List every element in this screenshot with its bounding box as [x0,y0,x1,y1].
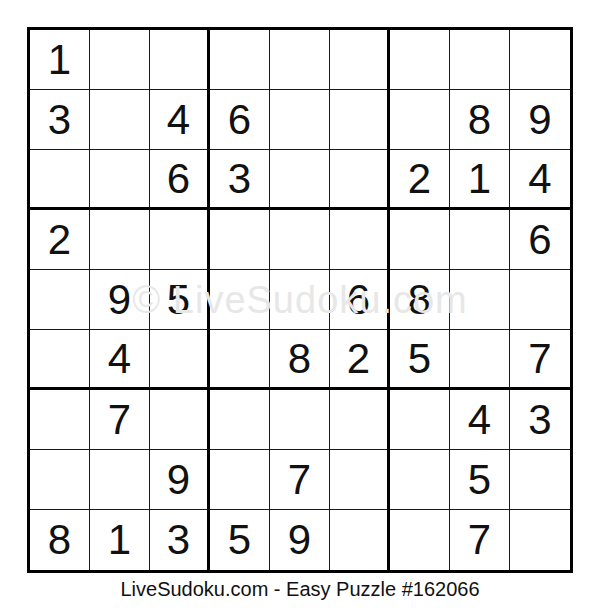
cell-r5c2[interactable]: 9 [90,270,150,330]
cell-r7c2[interactable]: 7 [90,390,150,450]
cell-r1c2[interactable] [90,30,150,90]
cell-r3c9[interactable]: 4 [510,150,570,210]
cell-r1c3[interactable] [150,30,210,90]
cell-r1c5[interactable] [270,30,330,90]
cell-r5c7[interactable]: 8 [390,270,450,330]
cell-r4c5[interactable] [270,210,330,270]
cell-r8c3[interactable]: 9 [150,450,210,510]
cell-r3c8[interactable]: 1 [450,150,510,210]
cell-r2c5[interactable] [270,90,330,150]
cell-r6c5[interactable]: 8 [270,330,330,390]
cell-r3c6[interactable] [330,150,390,210]
cell-r5c4[interactable] [210,270,270,330]
cell-r4c8[interactable] [450,210,510,270]
cell-r8c8[interactable]: 5 [450,450,510,510]
cell-r8c6[interactable] [330,450,390,510]
cell-r2c1[interactable]: 3 [30,90,90,150]
cell-r5c5[interactable] [270,270,330,330]
cell-r9c9[interactable] [510,510,570,570]
puzzle-caption: LiveSudoku.com - Easy Puzzle #162066 [0,578,600,601]
cell-r1c4[interactable] [210,30,270,90]
cell-r3c2[interactable] [90,150,150,210]
sudoku-board: 1346896321426956848257743975813597 [27,27,573,573]
cell-r5c9[interactable] [510,270,570,330]
cell-r2c7[interactable] [390,90,450,150]
cell-r9c5[interactable]: 9 [270,510,330,570]
cell-r7c4[interactable] [210,390,270,450]
cell-r5c6[interactable]: 6 [330,270,390,330]
cell-r4c2[interactable] [90,210,150,270]
cell-r1c8[interactable] [450,30,510,90]
cell-r8c1[interactable] [30,450,90,510]
cell-r4c3[interactable] [150,210,210,270]
cell-r9c3[interactable]: 3 [150,510,210,570]
cell-r8c2[interactable] [90,450,150,510]
cell-r5c3[interactable]: 5 [150,270,210,330]
sudoku-page: 1346896321426956848257743975813597 © Liv… [0,0,600,615]
cell-r7c7[interactable] [390,390,450,450]
cell-r6c1[interactable] [30,330,90,390]
cell-r9c4[interactable]: 5 [210,510,270,570]
cell-r7c5[interactable] [270,390,330,450]
cell-r8c4[interactable] [210,450,270,510]
cell-r3c5[interactable] [270,150,330,210]
cell-r8c5[interactable]: 7 [270,450,330,510]
cell-r8c9[interactable] [510,450,570,510]
cell-r6c2[interactable]: 4 [90,330,150,390]
cell-r7c3[interactable] [150,390,210,450]
cell-r4c9[interactable]: 6 [510,210,570,270]
cell-r7c6[interactable] [330,390,390,450]
cell-r9c7[interactable] [390,510,450,570]
cell-r2c9[interactable]: 9 [510,90,570,150]
cell-r3c1[interactable] [30,150,90,210]
cell-r2c4[interactable]: 6 [210,90,270,150]
cell-r9c1[interactable]: 8 [30,510,90,570]
cell-r6c7[interactable]: 5 [390,330,450,390]
cell-r1c9[interactable] [510,30,570,90]
cell-r6c6[interactable]: 2 [330,330,390,390]
cell-r6c3[interactable] [150,330,210,390]
cell-r9c2[interactable]: 1 [90,510,150,570]
cell-r3c7[interactable]: 2 [390,150,450,210]
cell-r9c8[interactable]: 7 [450,510,510,570]
cell-r2c3[interactable]: 4 [150,90,210,150]
cell-r2c2[interactable] [90,90,150,150]
cell-r3c4[interactable]: 3 [210,150,270,210]
cell-r4c6[interactable] [330,210,390,270]
cell-r3c3[interactable]: 6 [150,150,210,210]
cell-r4c4[interactable] [210,210,270,270]
cell-r9c6[interactable] [330,510,390,570]
cell-r5c8[interactable] [450,270,510,330]
sudoku-board-area: 1346896321426956848257743975813597 © Liv… [27,27,573,573]
cell-r6c9[interactable]: 7 [510,330,570,390]
cell-r4c1[interactable]: 2 [30,210,90,270]
cell-r8c7[interactable] [390,450,450,510]
cell-r7c9[interactable]: 3 [510,390,570,450]
cell-r1c6[interactable] [330,30,390,90]
cell-r5c1[interactable] [30,270,90,330]
cell-r4c7[interactable] [390,210,450,270]
cell-r6c8[interactable] [450,330,510,390]
cell-r7c8[interactable]: 4 [450,390,510,450]
cell-r7c1[interactable] [30,390,90,450]
cell-r1c7[interactable] [390,30,450,90]
cell-r1c1[interactable]: 1 [30,30,90,90]
cell-r6c4[interactable] [210,330,270,390]
cell-r2c8[interactable]: 8 [450,90,510,150]
cell-r2c6[interactable] [330,90,390,150]
